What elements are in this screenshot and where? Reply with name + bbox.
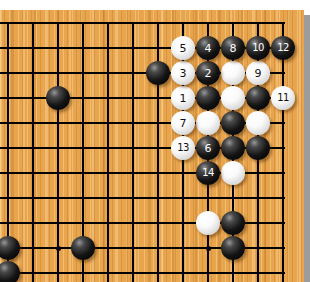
stone-black <box>71 236 95 260</box>
move-number-label: 4 <box>205 43 212 54</box>
stone-white: 11 <box>271 86 295 110</box>
stone-white <box>221 61 245 85</box>
move-number-label: 8 <box>230 43 237 54</box>
move-number-label: 11 <box>277 93 289 103</box>
stone-white: 5 <box>171 36 195 60</box>
stone-white: 13 <box>171 136 195 160</box>
move-number-label: 6 <box>205 143 212 154</box>
stone-white <box>221 86 245 110</box>
stone-white: 1 <box>171 86 195 110</box>
stone-black <box>246 136 270 160</box>
stone-black: 2 <box>196 61 220 85</box>
stone-white: 9 <box>246 61 270 85</box>
stone-black <box>221 211 245 235</box>
stone-black <box>0 236 20 260</box>
stone-black <box>0 261 20 282</box>
stone-black: 10 <box>246 36 270 60</box>
stone-black <box>221 236 245 260</box>
stone-black <box>146 61 170 85</box>
move-number-label: 7 <box>180 118 187 129</box>
stone-white: 7 <box>171 111 195 135</box>
stone-white: 3 <box>171 61 195 85</box>
stone-black: 4 <box>196 36 220 60</box>
stone-white <box>246 111 270 135</box>
move-number-label: 10 <box>252 43 264 53</box>
stone-black: 6 <box>196 136 220 160</box>
stone-white <box>196 111 220 135</box>
board-drop-shadow <box>304 15 310 282</box>
move-number-label: 1 <box>180 93 187 104</box>
move-number-label: 2 <box>205 68 212 79</box>
stone-black <box>221 111 245 135</box>
stone-black: 12 <box>271 36 295 60</box>
stone-black: 14 <box>196 161 220 185</box>
move-number-label: 3 <box>180 68 187 79</box>
go-diagram-page: 1234567891011121314 <box>0 0 310 282</box>
move-number-label: 12 <box>277 43 289 53</box>
stone-black: 8 <box>221 36 245 60</box>
move-number-label: 14 <box>202 168 214 178</box>
stone-black <box>46 86 70 110</box>
move-number-label: 9 <box>255 68 262 79</box>
stone-white <box>221 161 245 185</box>
move-number-label: 5 <box>180 43 187 54</box>
move-number-label: 13 <box>177 143 189 153</box>
go-board[interactable]: 1234567891011121314 <box>0 11 296 282</box>
stone-white <box>196 211 220 235</box>
stone-black <box>246 86 270 110</box>
stone-black <box>221 136 245 160</box>
stone-black <box>196 86 220 110</box>
